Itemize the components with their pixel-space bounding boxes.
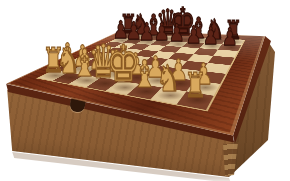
piece-glyph: ♜: [184, 68, 207, 102]
pieces-layer: ♜♞♝♛♚♝♞♜♟♟♟♟♟♟♟♟♟♟♟♟♟♟♟♟♜♞♝♛♚♝♞♜: [0, 0, 290, 181]
piece-white-rook[interactable]: ♜: [165, 36, 225, 102]
chess-set-photo: ♜♞♝♛♚♝♞♜♟♟♟♟♟♟♟♟♟♟♟♟♟♟♟♟♜♞♝♛♚♝♞♜: [0, 0, 290, 181]
